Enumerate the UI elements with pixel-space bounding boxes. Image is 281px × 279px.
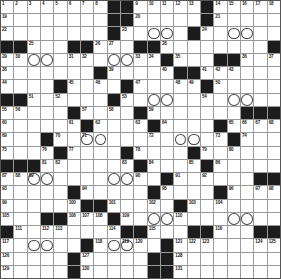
crossword-cell[interactable] — [94, 226, 106, 238]
crossword-cell[interactable] — [41, 67, 53, 79]
crossword-cell[interactable]: 110 — [174, 213, 186, 225]
crossword-cell[interactable] — [121, 107, 133, 119]
crossword-cell[interactable]: 60 — [1, 120, 13, 132]
crossword-cell[interactable] — [228, 41, 240, 53]
crossword-cell[interactable] — [228, 94, 240, 106]
crossword-cell[interactable] — [121, 120, 133, 132]
crossword-cell[interactable] — [28, 200, 40, 212]
crossword-cell[interactable] — [214, 253, 226, 265]
crossword-cell[interactable] — [188, 173, 200, 185]
crossword-cell[interactable]: 70 — [54, 133, 66, 145]
crossword-cell[interactable] — [161, 27, 173, 39]
crossword-cell[interactable]: 99 — [1, 200, 13, 212]
crossword-cell[interactable] — [81, 94, 93, 106]
crossword-cell[interactable] — [254, 14, 266, 26]
crossword-cell[interactable] — [228, 266, 240, 278]
crossword-cell[interactable]: 28 — [161, 41, 173, 53]
crossword-cell[interactable]: 102 — [148, 200, 160, 212]
crossword-cell[interactable] — [94, 186, 106, 198]
crossword-cell[interactable] — [108, 173, 120, 185]
crossword-cell[interactable] — [14, 253, 26, 265]
crossword-cell[interactable]: 16 — [241, 1, 253, 13]
crossword-cell[interactable]: 32 — [81, 54, 93, 66]
crossword-cell[interactable] — [14, 27, 26, 39]
crossword-cell[interactable] — [254, 67, 266, 79]
crossword-cell[interactable] — [188, 133, 200, 145]
crossword-cell[interactable]: 11 — [161, 1, 173, 13]
crossword-cell[interactable] — [108, 186, 120, 198]
crossword-cell[interactable] — [68, 94, 80, 106]
crossword-cell[interactable] — [54, 253, 66, 265]
crossword-cell[interactable] — [161, 200, 173, 212]
crossword-cell[interactable]: 17 — [254, 1, 266, 13]
crossword-cell[interactable] — [54, 41, 66, 53]
crossword-cell[interactable] — [41, 54, 53, 66]
crossword-cell[interactable]: 22 — [1, 27, 13, 39]
crossword-cell[interactable]: 3 — [28, 1, 40, 13]
crossword-cell[interactable]: 25 — [28, 41, 40, 53]
crossword-cell[interactable]: 119 — [121, 239, 133, 251]
crossword-cell[interactable] — [14, 200, 26, 212]
crossword-cell[interactable]: 58 — [108, 107, 120, 119]
crossword-cell[interactable] — [121, 41, 133, 53]
crossword-cell[interactable]: 104 — [214, 200, 226, 212]
crossword-cell[interactable] — [94, 14, 106, 26]
crossword-cell[interactable] — [68, 67, 80, 79]
crossword-cell[interactable] — [94, 94, 106, 106]
crossword-cell[interactable] — [241, 239, 253, 251]
crossword-cell[interactable] — [254, 27, 266, 39]
crossword-cell[interactable]: 55 — [1, 107, 13, 119]
crossword-cell[interactable] — [254, 54, 266, 66]
crossword-cell[interactable] — [254, 147, 266, 159]
crossword-cell[interactable] — [188, 41, 200, 53]
crossword-cell[interactable] — [54, 266, 66, 278]
crossword-cell[interactable] — [254, 133, 266, 145]
crossword-cell[interactable] — [41, 266, 53, 278]
crossword-cell[interactable]: 129 — [1, 266, 13, 278]
crossword-cell[interactable] — [28, 120, 40, 132]
crossword-cell[interactable] — [174, 133, 186, 145]
crossword-cell[interactable]: 100 — [68, 200, 80, 212]
crossword-cell[interactable]: 86 — [214, 160, 226, 172]
crossword-cell[interactable]: 39 — [108, 67, 120, 79]
crossword-cell[interactable] — [68, 133, 80, 145]
crossword-cell[interactable] — [121, 54, 133, 66]
crossword-cell[interactable]: 41 — [201, 67, 213, 79]
crossword-cell[interactable]: 30 — [14, 54, 26, 66]
crossword-cell[interactable] — [81, 160, 93, 172]
crossword-cell[interactable] — [28, 107, 40, 119]
crossword-cell[interactable] — [161, 147, 173, 159]
crossword-cell[interactable]: 92 — [201, 173, 213, 185]
crossword-cell[interactable] — [94, 54, 106, 66]
crossword-cell[interactable] — [268, 213, 280, 225]
crossword-cell[interactable]: 71 — [81, 133, 93, 145]
crossword-cell[interactable]: 49 — [188, 80, 200, 92]
crossword-cell[interactable]: 78 — [134, 147, 146, 159]
crossword-cell[interactable] — [28, 80, 40, 92]
crossword-cell[interactable]: 47 — [134, 80, 146, 92]
crossword-cell[interactable] — [174, 147, 186, 159]
crossword-cell[interactable] — [228, 226, 240, 238]
crossword-cell[interactable]: 125 — [268, 239, 280, 251]
crossword-cell[interactable] — [148, 80, 160, 92]
crossword-cell[interactable]: 118 — [94, 239, 106, 251]
crossword-cell[interactable] — [54, 120, 66, 132]
crossword-cell[interactable]: 56 — [14, 107, 26, 119]
crossword-cell[interactable] — [254, 80, 266, 92]
crossword-cell[interactable] — [28, 239, 40, 251]
crossword-cell[interactable]: 42 — [214, 67, 226, 79]
crossword-cell[interactable] — [214, 266, 226, 278]
crossword-cell[interactable]: 106 — [68, 213, 80, 225]
crossword-cell[interactable] — [241, 253, 253, 265]
crossword-cell[interactable] — [68, 226, 80, 238]
crossword-cell[interactable]: 15 — [228, 1, 240, 13]
crossword-cell[interactable]: 128 — [174, 253, 186, 265]
crossword-cell[interactable] — [94, 253, 106, 265]
crossword-cell[interactable]: 1 — [1, 1, 13, 13]
crossword-cell[interactable]: 43 — [228, 67, 240, 79]
crossword-cell[interactable] — [54, 27, 66, 39]
crossword-cell[interactable]: 112 — [41, 226, 53, 238]
crossword-cell[interactable] — [28, 213, 40, 225]
crossword-cell[interactable]: 19 — [1, 14, 13, 26]
crossword-cell[interactable]: 97 — [254, 186, 266, 198]
crossword-cell[interactable] — [228, 253, 240, 265]
crossword-cell[interactable] — [28, 147, 40, 159]
crossword-cell[interactable]: 81 — [41, 160, 53, 172]
crossword-cell[interactable] — [241, 27, 253, 39]
crossword-cell[interactable]: 51 — [28, 94, 40, 106]
crossword-cell[interactable] — [68, 27, 80, 39]
crossword-cell[interactable]: 109 — [121, 213, 133, 225]
crossword-cell[interactable] — [148, 67, 160, 79]
crossword-cell[interactable]: 37 — [268, 54, 280, 66]
crossword-cell[interactable] — [241, 160, 253, 172]
crossword-cell[interactable] — [201, 200, 213, 212]
crossword-cell[interactable] — [201, 253, 213, 265]
crossword-cell[interactable]: 12 — [174, 1, 186, 13]
crossword-cell[interactable] — [41, 186, 53, 198]
crossword-cell[interactable] — [14, 14, 26, 26]
crossword-cell[interactable] — [148, 14, 160, 26]
crossword-cell[interactable]: 124 — [254, 239, 266, 251]
crossword-cell[interactable] — [81, 67, 93, 79]
crossword-cell[interactable] — [254, 200, 266, 212]
crossword-cell[interactable]: 87 — [1, 173, 13, 185]
crossword-cell[interactable] — [201, 186, 213, 198]
crossword-cell[interactable] — [201, 120, 213, 132]
crossword-cell[interactable] — [188, 107, 200, 119]
crossword-cell[interactable] — [161, 133, 173, 145]
crossword-cell[interactable]: 44 — [1, 80, 13, 92]
crossword-cell[interactable] — [241, 200, 253, 212]
crossword-cell[interactable] — [94, 147, 106, 159]
crossword-cell[interactable] — [41, 120, 53, 132]
crossword-cell[interactable] — [134, 200, 146, 212]
crossword-cell[interactable] — [214, 213, 226, 225]
crossword-cell[interactable]: 83 — [121, 160, 133, 172]
crossword-cell[interactable]: 57 — [81, 107, 93, 119]
crossword-cell[interactable] — [68, 160, 80, 172]
crossword-cell[interactable] — [214, 107, 226, 119]
crossword-cell[interactable]: 69 — [1, 133, 13, 145]
crossword-cell[interactable] — [268, 147, 280, 159]
crossword-cell[interactable]: 76 — [41, 147, 53, 159]
crossword-cell[interactable]: 96 — [228, 186, 240, 198]
crossword-cell[interactable] — [108, 147, 120, 159]
crossword-cell[interactable]: 46 — [94, 80, 106, 92]
crossword-cell[interactable]: 88 — [14, 173, 26, 185]
crossword-cell[interactable]: 126 — [1, 253, 13, 265]
crossword-cell[interactable]: 27 — [108, 41, 120, 53]
crossword-cell[interactable]: 121 — [174, 239, 186, 251]
crossword-cell[interactable]: 105 — [1, 213, 13, 225]
crossword-cell[interactable] — [81, 173, 93, 185]
crossword-cell[interactable] — [148, 213, 160, 225]
crossword-cell[interactable] — [28, 266, 40, 278]
crossword-cell[interactable] — [41, 107, 53, 119]
crossword-cell[interactable]: 68 — [268, 120, 280, 132]
crossword-cell[interactable]: 4 — [41, 1, 53, 13]
crossword-cell[interactable] — [268, 200, 280, 212]
crossword-cell[interactable]: 73 — [214, 133, 226, 145]
crossword-cell[interactable]: 5 — [54, 1, 66, 13]
crossword-cell[interactable] — [214, 173, 226, 185]
crossword-cell[interactable]: 8 — [94, 1, 106, 13]
crossword-cell[interactable]: 6 — [68, 1, 80, 13]
crossword-cell[interactable]: 50 — [214, 80, 226, 92]
crossword-cell[interactable]: 7 — [81, 1, 93, 13]
crossword-cell[interactable] — [188, 54, 200, 66]
crossword-cell[interactable] — [81, 27, 93, 39]
crossword-cell[interactable] — [161, 80, 173, 92]
crossword-cell[interactable]: 77 — [68, 147, 80, 159]
crossword-cell[interactable] — [134, 94, 146, 106]
crossword-cell[interactable] — [214, 27, 226, 39]
crossword-cell[interactable]: 95 — [161, 186, 173, 198]
crossword-cell[interactable] — [241, 213, 253, 225]
crossword-cell[interactable]: 13 — [188, 1, 200, 13]
crossword-cell[interactable] — [94, 27, 106, 39]
crossword-cell[interactable] — [188, 120, 200, 132]
crossword-cell[interactable] — [201, 107, 213, 119]
crossword-cell[interactable]: 111 — [14, 226, 26, 238]
crossword-cell[interactable] — [174, 160, 186, 172]
crossword-cell[interactable] — [214, 41, 226, 53]
crossword-cell[interactable] — [108, 80, 120, 92]
crossword-cell[interactable] — [228, 200, 240, 212]
crossword-cell[interactable]: 114 — [108, 226, 120, 238]
crossword-cell[interactable] — [14, 239, 26, 251]
crossword-cell[interactable]: 40 — [161, 67, 173, 79]
crossword-cell[interactable] — [41, 14, 53, 26]
crossword-cell[interactable] — [188, 253, 200, 265]
crossword-cell[interactable] — [188, 94, 200, 106]
crossword-cell[interactable] — [41, 27, 53, 39]
crossword-cell[interactable] — [108, 120, 120, 132]
crossword-cell[interactable] — [28, 27, 40, 39]
crossword-cell[interactable] — [121, 67, 133, 79]
crossword-cell[interactable] — [81, 80, 93, 92]
crossword-cell[interactable]: 33 — [134, 54, 146, 66]
crossword-cell[interactable]: 107 — [81, 213, 93, 225]
crossword-cell[interactable]: 66 — [241, 120, 253, 132]
crossword-cell[interactable]: 35 — [174, 54, 186, 66]
crossword-cell[interactable]: 52 — [54, 94, 66, 106]
crossword-cell[interactable]: 85 — [188, 160, 200, 172]
crossword-cell[interactable] — [228, 107, 240, 119]
crossword-cell[interactable]: 94 — [81, 186, 93, 198]
crossword-cell[interactable] — [268, 80, 280, 92]
crossword-cell[interactable] — [268, 94, 280, 106]
crossword-cell[interactable] — [121, 266, 133, 278]
crossword-cell[interactable] — [54, 186, 66, 198]
crossword-cell[interactable] — [108, 239, 120, 251]
crossword-cell[interactable] — [94, 133, 106, 145]
crossword-cell[interactable] — [41, 200, 53, 212]
crossword-cell[interactable] — [41, 80, 53, 92]
crossword-cell[interactable] — [201, 213, 213, 225]
crossword-cell[interactable] — [228, 213, 240, 225]
crossword-cell[interactable]: 122 — [188, 239, 200, 251]
crossword-cell[interactable] — [108, 266, 120, 278]
crossword-cell[interactable] — [134, 186, 146, 198]
crossword-cell[interactable]: 74 — [241, 133, 253, 145]
crossword-cell[interactable]: 53 — [121, 94, 133, 106]
crossword-cell[interactable] — [94, 173, 106, 185]
crossword-cell[interactable] — [81, 147, 93, 159]
crossword-cell[interactable]: 89 — [28, 173, 40, 185]
crossword-cell[interactable]: 63 — [134, 120, 146, 132]
crossword-cell[interactable] — [241, 173, 253, 185]
crossword-cell[interactable]: 98 — [268, 186, 280, 198]
crossword-cell[interactable] — [28, 226, 40, 238]
crossword-cell[interactable] — [268, 14, 280, 26]
crossword-cell[interactable] — [54, 107, 66, 119]
crossword-cell[interactable] — [41, 41, 53, 53]
crossword-cell[interactable] — [174, 120, 186, 132]
crossword-cell[interactable]: 10 — [148, 1, 160, 13]
crossword-cell[interactable]: 117 — [1, 239, 13, 251]
crossword-cell[interactable] — [214, 147, 226, 159]
crossword-cell[interactable] — [241, 147, 253, 159]
crossword-cell[interactable] — [201, 54, 213, 66]
crossword-cell[interactable] — [174, 94, 186, 106]
crossword-cell[interactable]: 20 — [134, 14, 146, 26]
crossword-cell[interactable]: 24 — [201, 27, 213, 39]
crossword-cell[interactable] — [148, 27, 160, 39]
crossword-cell[interactable] — [68, 14, 80, 26]
crossword-cell[interactable]: 18 — [268, 1, 280, 13]
crossword-cell[interactable] — [228, 14, 240, 26]
crossword-cell[interactable] — [174, 14, 186, 26]
crossword-cell[interactable] — [201, 133, 213, 145]
crossword-cell[interactable]: 54 — [201, 94, 213, 106]
crossword-cell[interactable]: 130 — [81, 266, 93, 278]
crossword-cell[interactable]: 79 — [201, 147, 213, 159]
crossword-cell[interactable] — [228, 239, 240, 251]
crossword-cell[interactable]: 127 — [81, 253, 93, 265]
crossword-cell[interactable] — [41, 239, 53, 251]
crossword-cell[interactable] — [241, 14, 253, 26]
crossword-cell[interactable] — [121, 133, 133, 145]
crossword-cell[interactable] — [81, 226, 93, 238]
crossword-cell[interactable] — [28, 54, 40, 66]
crossword-cell[interactable] — [161, 213, 173, 225]
crossword-cell[interactable] — [174, 186, 186, 198]
crossword-cell[interactable] — [94, 107, 106, 119]
crossword-cell[interactable] — [134, 27, 146, 39]
crossword-cell[interactable]: 48 — [174, 80, 186, 92]
crossword-cell[interactable] — [254, 41, 266, 53]
crossword-cell[interactable] — [14, 213, 26, 225]
crossword-cell[interactable] — [268, 67, 280, 79]
crossword-cell[interactable]: 108 — [94, 213, 106, 225]
crossword-cell[interactable] — [28, 133, 40, 145]
crossword-cell[interactable] — [174, 27, 186, 39]
crossword-cell[interactable]: 113 — [54, 226, 66, 238]
crossword-cell[interactable] — [161, 160, 173, 172]
crossword-cell[interactable] — [254, 253, 266, 265]
crossword-cell[interactable]: 131 — [174, 266, 186, 278]
crossword-cell[interactable] — [28, 14, 40, 26]
crossword-cell[interactable] — [54, 67, 66, 79]
crossword-cell[interactable] — [214, 94, 226, 106]
crossword-cell[interactable] — [148, 173, 160, 185]
crossword-cell[interactable] — [254, 160, 266, 172]
crossword-cell[interactable] — [134, 133, 146, 145]
crossword-cell[interactable] — [68, 239, 80, 251]
crossword-cell[interactable]: 23 — [121, 27, 133, 39]
crossword-cell[interactable] — [134, 266, 146, 278]
crossword-cell[interactable]: 65 — [228, 120, 240, 132]
crossword-cell[interactable] — [148, 94, 160, 106]
crossword-cell[interactable]: 2 — [14, 1, 26, 13]
crossword-cell[interactable]: 26 — [94, 41, 106, 53]
crossword-cell[interactable]: 115 — [148, 226, 160, 238]
crossword-cell[interactable] — [134, 213, 146, 225]
crossword-cell[interactable]: 72 — [148, 133, 160, 145]
crossword-cell[interactable] — [14, 266, 26, 278]
crossword-cell[interactable] — [14, 80, 26, 92]
crossword-cell[interactable] — [268, 160, 280, 172]
crossword-cell[interactable]: 103 — [188, 200, 200, 212]
crossword-cell[interactable]: 31 — [68, 54, 80, 66]
crossword-cell[interactable] — [254, 94, 266, 106]
crossword-cell[interactable]: 14 — [214, 1, 226, 13]
crossword-cell[interactable]: 9 — [134, 1, 146, 13]
crossword-cell[interactable] — [94, 160, 106, 172]
crossword-cell[interactable]: 34 — [148, 54, 160, 66]
crossword-cell[interactable]: 67 — [254, 120, 266, 132]
crossword-cell[interactable] — [108, 133, 120, 145]
crossword-cell[interactable] — [54, 173, 66, 185]
crossword-cell[interactable] — [241, 80, 253, 92]
crossword-cell[interactable]: 93 — [1, 186, 13, 198]
crossword-cell[interactable]: 75 — [1, 147, 13, 159]
crossword-cell[interactable] — [28, 253, 40, 265]
crossword-cell[interactable] — [228, 160, 240, 172]
crossword-cell[interactable]: 59 — [148, 107, 160, 119]
crossword-cell[interactable] — [268, 253, 280, 265]
crossword-cell[interactable] — [121, 186, 133, 198]
crossword-cell[interactable] — [268, 27, 280, 39]
crossword-cell[interactable] — [268, 266, 280, 278]
crossword-cell[interactable] — [148, 239, 160, 251]
